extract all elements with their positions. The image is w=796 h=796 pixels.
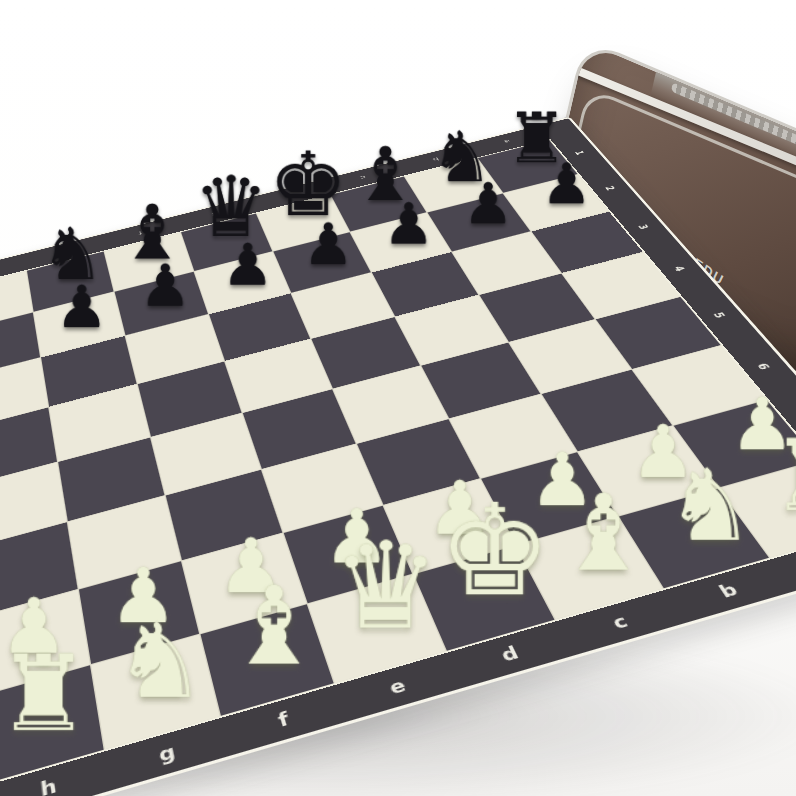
chess-mat: hgfedcba hgfedcba 12345678 12345678 ♜♞♝♛…: [0, 117, 796, 796]
chess-board-3d-wrapper: hgfedcba hgfedcba 12345678 12345678 ♜♞♝♛…: [0, 117, 796, 796]
square-g7: ♟: [79, 562, 199, 665]
square-f5: [151, 413, 261, 495]
piece-black-rook: ♜: [0, 239, 24, 312]
piece-white-pawn: ♟: [0, 589, 68, 666]
product-photo-scene: POWER CHESS EDU hgfedcba hgfedcba 123456…: [0, 0, 796, 796]
piece-white-pawn: ♟: [217, 529, 284, 604]
